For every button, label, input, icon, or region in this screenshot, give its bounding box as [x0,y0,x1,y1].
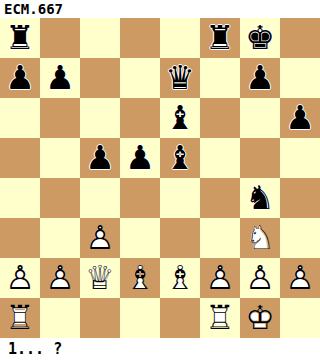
piece-glyph: ♟ [240,58,280,98]
square-f7[interactable] [200,58,240,98]
piece-white-bishop: ♝♗ [120,258,160,298]
square-b3[interactable] [40,218,80,258]
square-h7[interactable] [280,58,320,98]
square-g4[interactable]: ♞ [240,178,280,218]
piece-glyph: ♘ [240,218,280,258]
piece-glyph: ♔ [240,298,280,338]
piece-glyph: ♙ [80,218,120,258]
square-c1[interactable] [80,298,120,338]
piece-glyph: ♗ [160,258,200,298]
piece-black-pawn: ♟ [0,58,40,98]
square-f5[interactable] [200,138,240,178]
diagram-header: ECM.667 [0,0,320,18]
chess-board: ♜♜♚♟♟♛♟♝♟♟♟♝♞♟♙♞♘♟♙♟♙♛♕♝♗♝♗♟♙♟♙♟♙♜♖♜♖♚♔ [0,18,320,338]
square-d3[interactable] [120,218,160,258]
square-f3[interactable] [200,218,240,258]
square-a7[interactable]: ♟ [0,58,40,98]
square-d2[interactable]: ♝♗ [120,258,160,298]
piece-glyph: ♟ [120,138,160,178]
square-h2[interactable]: ♟♙ [280,258,320,298]
piece-white-queen: ♛♕ [80,258,120,298]
piece-glyph: ♝ [160,98,200,138]
piece-white-pawn: ♟♙ [240,258,280,298]
square-b8[interactable] [40,18,80,58]
square-e4[interactable] [160,178,200,218]
square-a3[interactable] [0,218,40,258]
square-g3[interactable]: ♞♘ [240,218,280,258]
chess-diagram-window: ECM.667 ♜♜♚♟♟♛♟♝♟♟♟♝♞♟♙♞♘♟♙♟♙♛♕♝♗♝♗♟♙♟♙♟… [0,0,320,360]
piece-black-pawn: ♟ [280,98,320,138]
piece-glyph: ♜ [200,18,240,58]
square-a6[interactable] [0,98,40,138]
piece-black-bishop: ♝ [160,138,200,178]
square-c8[interactable] [80,18,120,58]
piece-black-rook: ♜ [0,18,40,58]
piece-black-pawn: ♟ [40,58,80,98]
square-d4[interactable] [120,178,160,218]
piece-black-king: ♚ [240,18,280,58]
square-b2[interactable]: ♟♙ [40,258,80,298]
square-f8[interactable]: ♜ [200,18,240,58]
piece-white-pawn: ♟♙ [40,258,80,298]
square-h1[interactable] [280,298,320,338]
square-h5[interactable] [280,138,320,178]
square-c5[interactable]: ♟ [80,138,120,178]
piece-glyph: ♙ [240,258,280,298]
piece-white-king: ♚♔ [240,298,280,338]
diagram-title: ECM.667 [4,0,63,18]
square-h8[interactable] [280,18,320,58]
square-f2[interactable]: ♟♙ [200,258,240,298]
piece-glyph: ♕ [80,258,120,298]
piece-glyph: ♙ [40,258,80,298]
square-e7[interactable]: ♛ [160,58,200,98]
square-d5[interactable]: ♟ [120,138,160,178]
square-d8[interactable] [120,18,160,58]
square-b4[interactable] [40,178,80,218]
square-d1[interactable] [120,298,160,338]
square-g2[interactable]: ♟♙ [240,258,280,298]
piece-white-pawn: ♟♙ [280,258,320,298]
piece-white-pawn: ♟♙ [0,258,40,298]
square-g5[interactable] [240,138,280,178]
piece-glyph: ♝ [160,138,200,178]
square-c2[interactable]: ♛♕ [80,258,120,298]
square-a8[interactable]: ♜ [0,18,40,58]
square-h3[interactable] [280,218,320,258]
square-f4[interactable] [200,178,240,218]
square-d7[interactable] [120,58,160,98]
square-c7[interactable] [80,58,120,98]
piece-glyph: ♙ [0,258,40,298]
piece-glyph: ♖ [0,298,40,338]
piece-glyph: ♟ [40,58,80,98]
square-c6[interactable] [80,98,120,138]
piece-glyph: ♛ [160,58,200,98]
square-h4[interactable] [280,178,320,218]
square-b6[interactable] [40,98,80,138]
square-e3[interactable] [160,218,200,258]
diagram-footer: 1... ? [0,338,320,360]
piece-black-knight: ♞ [240,178,280,218]
square-a4[interactable] [0,178,40,218]
piece-glyph: ♟ [0,58,40,98]
square-g1[interactable]: ♚♔ [240,298,280,338]
square-e8[interactable] [160,18,200,58]
square-a5[interactable] [0,138,40,178]
square-a1[interactable]: ♜♖ [0,298,40,338]
square-f1[interactable]: ♜♖ [200,298,240,338]
square-g7[interactable]: ♟ [240,58,280,98]
piece-white-bishop: ♝♗ [160,258,200,298]
piece-glyph: ♞ [240,178,280,218]
piece-black-rook: ♜ [200,18,240,58]
square-b5[interactable] [40,138,80,178]
square-d6[interactable] [120,98,160,138]
piece-glyph: ♟ [80,138,120,178]
square-c3[interactable]: ♟♙ [80,218,120,258]
piece-glyph: ♙ [200,258,240,298]
square-e6[interactable]: ♝ [160,98,200,138]
piece-glyph: ♖ [200,298,240,338]
piece-white-pawn: ♟♙ [80,218,120,258]
square-g6[interactable] [240,98,280,138]
square-b1[interactable] [40,298,80,338]
piece-white-rook: ♜♖ [0,298,40,338]
piece-glyph: ♗ [120,258,160,298]
square-f6[interactable] [200,98,240,138]
square-g8[interactable]: ♚ [240,18,280,58]
piece-white-rook: ♜♖ [200,298,240,338]
piece-white-pawn: ♟♙ [200,258,240,298]
piece-glyph: ♜ [0,18,40,58]
piece-white-knight: ♞♘ [240,218,280,258]
piece-black-bishop: ♝ [160,98,200,138]
piece-glyph: ♚ [240,18,280,58]
piece-black-pawn: ♟ [240,58,280,98]
square-b7[interactable]: ♟ [40,58,80,98]
piece-black-pawn: ♟ [120,138,160,178]
square-h6[interactable]: ♟ [280,98,320,138]
piece-black-queen: ♛ [160,58,200,98]
square-e5[interactable]: ♝ [160,138,200,178]
piece-glyph: ♙ [280,258,320,298]
move-prompt: 1... ? [8,338,62,360]
piece-glyph: ♟ [280,98,320,138]
square-c4[interactable] [80,178,120,218]
square-a2[interactable]: ♟♙ [0,258,40,298]
piece-black-pawn: ♟ [80,138,120,178]
square-e1[interactable] [160,298,200,338]
square-e2[interactable]: ♝♗ [160,258,200,298]
